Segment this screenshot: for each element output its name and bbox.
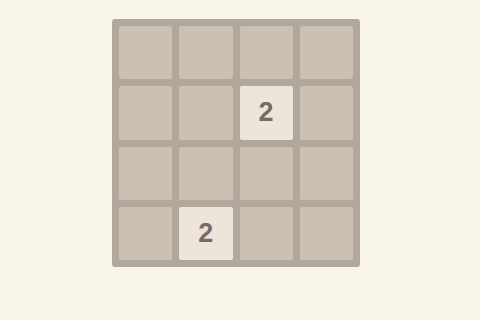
tile-2: 2 bbox=[240, 86, 293, 139]
empty-cell-r1-c1 bbox=[179, 86, 232, 139]
empty-cell-r3-c3 bbox=[300, 207, 353, 260]
page-background: 22 bbox=[0, 0, 480, 320]
empty-cell-r0-c2 bbox=[240, 26, 293, 79]
empty-cell-r3-c0 bbox=[119, 207, 172, 260]
empty-cell-r1-c3 bbox=[300, 86, 353, 139]
empty-cell-r1-c0 bbox=[119, 86, 172, 139]
game-board-2048[interactable]: 22 bbox=[112, 19, 360, 267]
empty-cell-r2-c1 bbox=[179, 147, 232, 200]
empty-cell-r2-c0 bbox=[119, 147, 172, 200]
tile-2: 2 bbox=[179, 207, 232, 260]
empty-cell-r0-c1 bbox=[179, 26, 232, 79]
empty-cell-r0-c0 bbox=[119, 26, 172, 79]
empty-cell-r3-c2 bbox=[240, 207, 293, 260]
empty-cell-r2-c2 bbox=[240, 147, 293, 200]
empty-cell-r2-c3 bbox=[300, 147, 353, 200]
empty-cell-r0-c3 bbox=[300, 26, 353, 79]
